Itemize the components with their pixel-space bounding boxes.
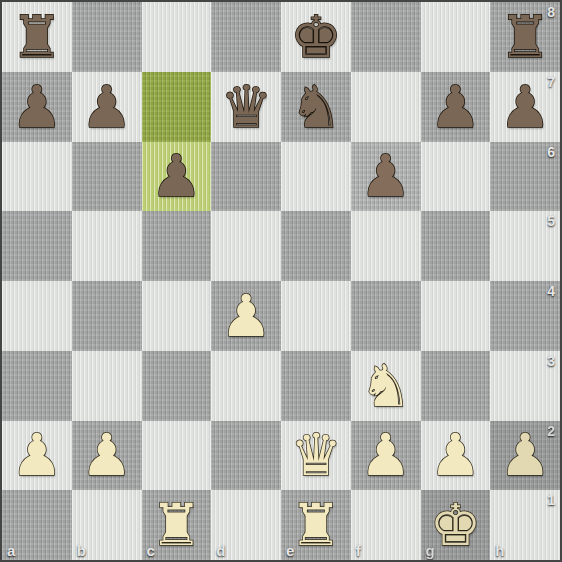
square-h1[interactable]: h1 (490, 490, 560, 560)
square-g5[interactable] (421, 211, 491, 281)
square-b2[interactable]: ♟ (72, 421, 142, 491)
file-label-f: f (356, 542, 361, 559)
piece-white-queen[interactable]: ♛ (290, 426, 342, 484)
square-a2[interactable]: ♟ (2, 421, 72, 491)
square-b4[interactable] (72, 281, 142, 351)
square-f6[interactable]: ♟ (351, 142, 421, 212)
square-b6[interactable] (72, 142, 142, 212)
square-e3[interactable] (281, 351, 351, 421)
file-label-h: h (495, 542, 504, 559)
square-f4[interactable] (351, 281, 421, 351)
square-h7[interactable]: ♟7 (490, 72, 560, 142)
piece-black-rook[interactable]: ♜ (499, 8, 551, 66)
square-d5[interactable] (211, 211, 281, 281)
square-d8[interactable] (211, 2, 281, 72)
file-label-a: a (7, 542, 15, 559)
square-b5[interactable] (72, 211, 142, 281)
square-e6[interactable] (281, 142, 351, 212)
square-a7[interactable]: ♟ (2, 72, 72, 142)
square-h8[interactable]: ♜8 (490, 2, 560, 72)
square-d3[interactable] (211, 351, 281, 421)
square-a8[interactable]: ♜ (2, 2, 72, 72)
square-c3[interactable] (142, 351, 212, 421)
square-c8[interactable] (142, 2, 212, 72)
square-c2[interactable] (142, 421, 212, 491)
square-a4[interactable] (2, 281, 72, 351)
square-g2[interactable]: ♟ (421, 421, 491, 491)
square-b7[interactable]: ♟ (72, 72, 142, 142)
piece-white-pawn[interactable]: ♟ (220, 287, 272, 345)
chess-board: ♜♚♜8♟♟♛♞♟♟7♟♟65♟4♞3♟♟♛♟♟♟2ab♜cd♜ef♚gh1 (0, 0, 562, 562)
square-f2[interactable]: ♟ (351, 421, 421, 491)
square-a6[interactable] (2, 142, 72, 212)
file-label-b: b (77, 542, 86, 559)
square-b8[interactable] (72, 2, 142, 72)
square-a5[interactable] (2, 211, 72, 281)
square-d2[interactable] (211, 421, 281, 491)
square-h2[interactable]: ♟2 (490, 421, 560, 491)
square-d4[interactable]: ♟ (211, 281, 281, 351)
piece-white-king[interactable]: ♚ (429, 496, 481, 554)
rank-label-1: 1 (547, 492, 555, 508)
piece-black-pawn[interactable]: ♟ (429, 78, 481, 136)
square-h6[interactable]: 6 (490, 142, 560, 212)
piece-white-pawn[interactable]: ♟ (11, 426, 63, 484)
square-c7[interactable] (142, 72, 212, 142)
square-e1[interactable]: ♜e (281, 490, 351, 560)
square-h4[interactable]: 4 (490, 281, 560, 351)
piece-black-queen[interactable]: ♛ (220, 78, 272, 136)
square-c6[interactable]: ♟ (142, 142, 212, 212)
square-f1[interactable]: f (351, 490, 421, 560)
piece-white-knight[interactable]: ♞ (360, 357, 412, 415)
square-g8[interactable] (421, 2, 491, 72)
square-d6[interactable] (211, 142, 281, 212)
square-e2[interactable]: ♛ (281, 421, 351, 491)
square-e7[interactable]: ♞ (281, 72, 351, 142)
square-g6[interactable] (421, 142, 491, 212)
square-f7[interactable] (351, 72, 421, 142)
square-h3[interactable]: 3 (490, 351, 560, 421)
piece-white-pawn[interactable]: ♟ (499, 426, 551, 484)
square-d1[interactable]: d (211, 490, 281, 560)
piece-black-pawn[interactable]: ♟ (150, 147, 202, 205)
square-f5[interactable] (351, 211, 421, 281)
rank-label-3: 3 (547, 353, 555, 369)
piece-white-rook[interactable]: ♜ (290, 496, 342, 554)
square-b3[interactable] (72, 351, 142, 421)
square-e8[interactable]: ♚ (281, 2, 351, 72)
square-g1[interactable]: ♚g (421, 490, 491, 560)
file-label-d: d (216, 542, 225, 559)
square-c4[interactable] (142, 281, 212, 351)
square-g7[interactable]: ♟ (421, 72, 491, 142)
square-f8[interactable] (351, 2, 421, 72)
square-g3[interactable] (421, 351, 491, 421)
piece-black-pawn[interactable]: ♟ (11, 78, 63, 136)
square-c1[interactable]: ♜c (142, 490, 212, 560)
piece-black-pawn[interactable]: ♟ (360, 147, 412, 205)
square-f3[interactable]: ♞ (351, 351, 421, 421)
piece-black-king[interactable]: ♚ (290, 8, 342, 66)
piece-white-pawn[interactable]: ♟ (81, 426, 133, 484)
piece-white-pawn[interactable]: ♟ (429, 426, 481, 484)
square-a3[interactable] (2, 351, 72, 421)
piece-black-rook[interactable]: ♜ (11, 8, 63, 66)
square-g4[interactable] (421, 281, 491, 351)
square-c5[interactable] (142, 211, 212, 281)
piece-black-pawn[interactable]: ♟ (499, 78, 551, 136)
rank-label-5: 5 (547, 213, 555, 229)
piece-white-rook[interactable]: ♜ (150, 496, 202, 554)
square-b1[interactable]: b (72, 490, 142, 560)
piece-white-pawn[interactable]: ♟ (360, 426, 412, 484)
piece-black-knight[interactable]: ♞ (290, 78, 342, 136)
piece-black-pawn[interactable]: ♟ (81, 78, 133, 136)
rank-label-6: 6 (547, 144, 555, 160)
square-d7[interactable]: ♛ (211, 72, 281, 142)
square-e5[interactable] (281, 211, 351, 281)
square-h5[interactable]: 5 (490, 211, 560, 281)
rank-label-4: 4 (547, 283, 555, 299)
square-e4[interactable] (281, 281, 351, 351)
square-a1[interactable]: a (2, 490, 72, 560)
